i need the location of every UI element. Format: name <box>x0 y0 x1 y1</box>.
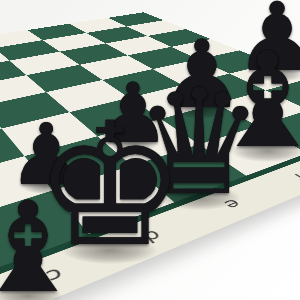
chessboard-photo: abcdefgh ♟♟♟♝♟♛♚♝ <box>0 0 300 300</box>
chess-board: abcdefgh <box>0 12 300 300</box>
